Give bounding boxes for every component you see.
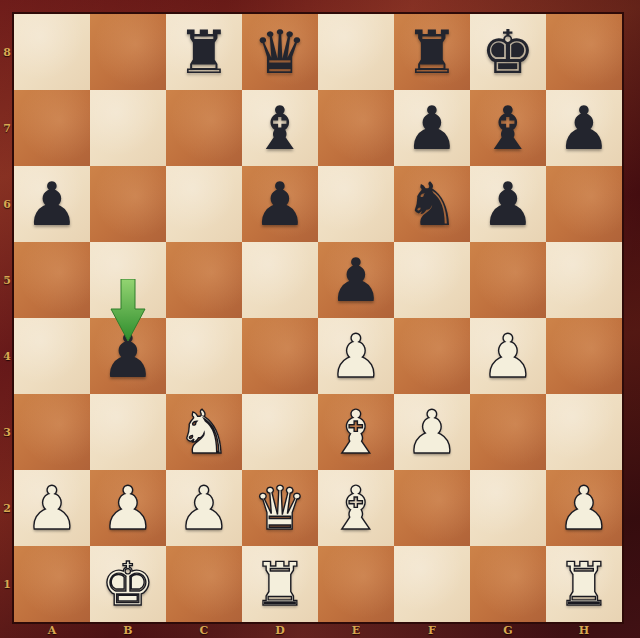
- square-b3[interactable]: [90, 394, 166, 470]
- square-a8[interactable]: [14, 14, 90, 90]
- square-h6[interactable]: [546, 166, 622, 242]
- piece-white-bishop[interactable]: ♝: [318, 394, 394, 470]
- piece-white-pawn[interactable]: ♟: [470, 318, 546, 394]
- rank-label-3: 3: [0, 394, 14, 470]
- square-g4[interactable]: ♟: [470, 318, 546, 394]
- square-c3[interactable]: ♞: [166, 394, 242, 470]
- piece-white-pawn[interactable]: ♟: [318, 318, 394, 394]
- board: ♜♛♜♚♝♟♝♟♟♟♞♟♟♟♟♟♞♝♟♟♟♟♛♝♟♚♜♜: [14, 14, 622, 622]
- file-label-f: F: [394, 622, 470, 638]
- square-g8[interactable]: ♚: [470, 14, 546, 90]
- square-a2[interactable]: ♟: [14, 470, 90, 546]
- square-f3[interactable]: ♟: [394, 394, 470, 470]
- piece-black-pawn[interactable]: ♟: [242, 166, 318, 242]
- square-d7[interactable]: ♝: [242, 90, 318, 166]
- square-b6[interactable]: [90, 166, 166, 242]
- rank-label-6: 6: [0, 166, 14, 242]
- piece-black-pawn[interactable]: ♟: [546, 90, 622, 166]
- square-e3[interactable]: ♝: [318, 394, 394, 470]
- square-f4[interactable]: [394, 318, 470, 394]
- square-a5[interactable]: [14, 242, 90, 318]
- piece-black-king[interactable]: ♚: [470, 14, 546, 90]
- piece-black-rook[interactable]: ♜: [166, 14, 242, 90]
- square-d3[interactable]: [242, 394, 318, 470]
- square-e6[interactable]: [318, 166, 394, 242]
- piece-white-rook[interactable]: ♜: [242, 546, 318, 622]
- piece-black-pawn[interactable]: ♟: [394, 90, 470, 166]
- square-b1[interactable]: ♚: [90, 546, 166, 622]
- piece-white-pawn[interactable]: ♟: [166, 470, 242, 546]
- file-label-a: A: [14, 622, 90, 638]
- square-g5[interactable]: [470, 242, 546, 318]
- piece-black-bishop[interactable]: ♝: [242, 90, 318, 166]
- rank-label-5: 5: [0, 242, 14, 318]
- square-h2[interactable]: ♟: [546, 470, 622, 546]
- piece-white-pawn[interactable]: ♟: [394, 394, 470, 470]
- square-g1[interactable]: [470, 546, 546, 622]
- square-a7[interactable]: [14, 90, 90, 166]
- square-g2[interactable]: [470, 470, 546, 546]
- square-d6[interactable]: ♟: [242, 166, 318, 242]
- piece-white-rook[interactable]: ♜: [546, 546, 622, 622]
- square-g3[interactable]: [470, 394, 546, 470]
- piece-black-pawn[interactable]: ♟: [90, 318, 166, 394]
- square-h7[interactable]: ♟: [546, 90, 622, 166]
- chess-board-frame: ♜♛♜♚♝♟♝♟♟♟♞♟♟♟♟♟♞♝♟♟♟♟♛♝♟♚♜♜ 87654321ABC…: [0, 0, 640, 638]
- rank-label-1: 1: [0, 546, 14, 622]
- file-label-c: C: [166, 622, 242, 638]
- square-g7[interactable]: ♝: [470, 90, 546, 166]
- square-g6[interactable]: ♟: [470, 166, 546, 242]
- piece-black-knight[interactable]: ♞: [394, 166, 470, 242]
- square-b7[interactable]: [90, 90, 166, 166]
- square-a4[interactable]: [14, 318, 90, 394]
- file-label-e: E: [318, 622, 394, 638]
- file-label-d: D: [242, 622, 318, 638]
- piece-black-pawn[interactable]: ♟: [470, 166, 546, 242]
- square-d2[interactable]: ♛: [242, 470, 318, 546]
- square-c8[interactable]: ♜: [166, 14, 242, 90]
- square-f7[interactable]: ♟: [394, 90, 470, 166]
- square-h5[interactable]: [546, 242, 622, 318]
- square-h1[interactable]: ♜: [546, 546, 622, 622]
- square-c1[interactable]: [166, 546, 242, 622]
- rank-label-7: 7: [0, 90, 14, 166]
- square-e2[interactable]: ♝: [318, 470, 394, 546]
- piece-black-pawn[interactable]: ♟: [318, 242, 394, 318]
- file-label-g: G: [470, 622, 546, 638]
- square-d8[interactable]: ♛: [242, 14, 318, 90]
- square-c7[interactable]: [166, 90, 242, 166]
- square-a6[interactable]: ♟: [14, 166, 90, 242]
- square-f8[interactable]: ♜: [394, 14, 470, 90]
- square-c4[interactable]: [166, 318, 242, 394]
- square-d1[interactable]: ♜: [242, 546, 318, 622]
- square-c6[interactable]: [166, 166, 242, 242]
- square-e8[interactable]: [318, 14, 394, 90]
- piece-white-pawn[interactable]: ♟: [546, 470, 622, 546]
- square-b5[interactable]: [90, 242, 166, 318]
- piece-white-bishop[interactable]: ♝: [318, 470, 394, 546]
- piece-white-queen[interactable]: ♛: [242, 470, 318, 546]
- square-d5[interactable]: [242, 242, 318, 318]
- square-c5[interactable]: [166, 242, 242, 318]
- square-e7[interactable]: [318, 90, 394, 166]
- file-label-b: B: [90, 622, 166, 638]
- square-e5[interactable]: ♟: [318, 242, 394, 318]
- square-c2[interactable]: ♟: [166, 470, 242, 546]
- square-e4[interactable]: ♟: [318, 318, 394, 394]
- square-a1[interactable]: [14, 546, 90, 622]
- square-b4[interactable]: ♟: [90, 318, 166, 394]
- piece-white-knight[interactable]: ♞: [166, 394, 242, 470]
- rank-label-2: 2: [0, 470, 14, 546]
- square-e1[interactable]: [318, 546, 394, 622]
- square-f6[interactable]: ♞: [394, 166, 470, 242]
- square-f2[interactable]: [394, 470, 470, 546]
- square-h8[interactable]: [546, 14, 622, 90]
- piece-black-queen[interactable]: ♛: [242, 14, 318, 90]
- piece-black-rook[interactable]: ♜: [394, 14, 470, 90]
- piece-white-pawn[interactable]: ♟: [90, 470, 166, 546]
- square-h3[interactable]: [546, 394, 622, 470]
- square-d4[interactable]: [242, 318, 318, 394]
- rank-label-8: 8: [0, 14, 14, 90]
- rank-label-4: 4: [0, 318, 14, 394]
- piece-black-bishop[interactable]: ♝: [470, 90, 546, 166]
- square-b2[interactable]: ♟: [90, 470, 166, 546]
- square-f5[interactable]: [394, 242, 470, 318]
- square-a3[interactable]: [14, 394, 90, 470]
- file-label-h: H: [546, 622, 622, 638]
- square-h4[interactable]: [546, 318, 622, 394]
- square-f1[interactable]: [394, 546, 470, 622]
- piece-white-king[interactable]: ♚: [90, 546, 166, 622]
- piece-black-pawn[interactable]: ♟: [14, 166, 90, 242]
- square-b8[interactable]: [90, 14, 166, 90]
- piece-white-pawn[interactable]: ♟: [14, 470, 90, 546]
